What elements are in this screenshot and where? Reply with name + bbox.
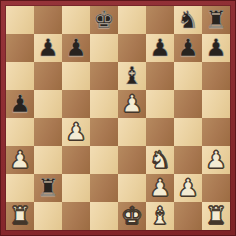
square-c1[interactable] — [62, 202, 90, 230]
square-b8[interactable] — [34, 6, 62, 34]
square-h4[interactable] — [202, 118, 230, 146]
square-f1[interactable]: ♝ — [146, 202, 174, 230]
square-g3[interactable] — [174, 146, 202, 174]
black-pawn-h7[interactable]: ♟ — [205, 34, 227, 62]
white-pawn-g2[interactable]: ♟ — [177, 174, 199, 202]
black-pawn-a5[interactable]: ♟ — [9, 90, 31, 118]
square-b1[interactable] — [34, 202, 62, 230]
square-f8[interactable] — [146, 6, 174, 34]
white-king-e1[interactable]: ♚ — [121, 202, 143, 230]
square-d1[interactable] — [90, 202, 118, 230]
square-d3[interactable] — [90, 146, 118, 174]
square-c8[interactable] — [62, 6, 90, 34]
square-b4[interactable] — [34, 118, 62, 146]
square-c4[interactable]: ♟ — [62, 118, 90, 146]
square-e7[interactable] — [118, 34, 146, 62]
white-knight-f3[interactable]: ♞ — [149, 146, 171, 174]
black-pawn-c7[interactable]: ♟ — [65, 34, 87, 62]
square-e3[interactable] — [118, 146, 146, 174]
square-d4[interactable] — [90, 118, 118, 146]
square-g7[interactable]: ♟ — [174, 34, 202, 62]
black-bishop-e6[interactable]: ♝ — [121, 62, 143, 90]
square-e2[interactable] — [118, 174, 146, 202]
square-d7[interactable] — [90, 34, 118, 62]
square-a6[interactable] — [6, 62, 34, 90]
white-pawn-c4[interactable]: ♟ — [65, 118, 87, 146]
square-d2[interactable] — [90, 174, 118, 202]
square-h6[interactable] — [202, 62, 230, 90]
white-rook-a1[interactable]: ♜ — [9, 202, 31, 230]
square-g6[interactable] — [174, 62, 202, 90]
square-b5[interactable] — [34, 90, 62, 118]
square-f6[interactable] — [146, 62, 174, 90]
square-f7[interactable]: ♟ — [146, 34, 174, 62]
square-f3[interactable]: ♞ — [146, 146, 174, 174]
square-h3[interactable]: ♟ — [202, 146, 230, 174]
square-h5[interactable] — [202, 90, 230, 118]
square-a8[interactable] — [6, 6, 34, 34]
white-pawn-f2[interactable]: ♟ — [149, 174, 171, 202]
white-pawn-a3[interactable]: ♟ — [9, 146, 31, 174]
square-c7[interactable]: ♟ — [62, 34, 90, 62]
square-h7[interactable]: ♟ — [202, 34, 230, 62]
square-b2[interactable]: ♜ — [34, 174, 62, 202]
square-d5[interactable] — [90, 90, 118, 118]
black-pawn-b7[interactable]: ♟ — [37, 34, 59, 62]
white-bishop-f1[interactable]: ♝ — [149, 202, 171, 230]
square-c2[interactable] — [62, 174, 90, 202]
black-king-d8[interactable]: ♚ — [93, 6, 115, 34]
white-pawn-e5[interactable]: ♟ — [121, 90, 143, 118]
square-f4[interactable] — [146, 118, 174, 146]
black-rook-b2[interactable]: ♜ — [37, 174, 59, 202]
black-pawn-g7[interactable]: ♟ — [177, 34, 199, 62]
square-h1[interactable]: ♜ — [202, 202, 230, 230]
white-rook-h1[interactable]: ♜ — [205, 202, 227, 230]
square-a5[interactable]: ♟ — [6, 90, 34, 118]
square-e8[interactable] — [118, 6, 146, 34]
square-h8[interactable]: ♜ — [202, 6, 230, 34]
square-a1[interactable]: ♜ — [6, 202, 34, 230]
square-g2[interactable]: ♟ — [174, 174, 202, 202]
square-c3[interactable] — [62, 146, 90, 174]
square-f2[interactable]: ♟ — [146, 174, 174, 202]
square-g1[interactable] — [174, 202, 202, 230]
square-h2[interactable] — [202, 174, 230, 202]
black-pawn-f7[interactable]: ♟ — [149, 34, 171, 62]
square-d8[interactable]: ♚ — [90, 6, 118, 34]
square-c5[interactable] — [62, 90, 90, 118]
square-e5[interactable]: ♟ — [118, 90, 146, 118]
square-c6[interactable] — [62, 62, 90, 90]
board-frame: ♚♞♜♟♟♟♟♟♝♟♟♟♟♞♟♜♟♟♜♚♝♜ — [0, 0, 236, 236]
chess-board: ♚♞♜♟♟♟♟♟♝♟♟♟♟♞♟♜♟♟♜♚♝♜ — [6, 6, 230, 230]
square-e4[interactable] — [118, 118, 146, 146]
square-a2[interactable] — [6, 174, 34, 202]
square-d6[interactable] — [90, 62, 118, 90]
square-e1[interactable]: ♚ — [118, 202, 146, 230]
square-a3[interactable]: ♟ — [6, 146, 34, 174]
square-f5[interactable] — [146, 90, 174, 118]
square-b6[interactable] — [34, 62, 62, 90]
square-b7[interactable]: ♟ — [34, 34, 62, 62]
black-knight-g8[interactable]: ♞ — [177, 6, 199, 34]
square-a4[interactable] — [6, 118, 34, 146]
square-b3[interactable] — [34, 146, 62, 174]
square-g5[interactable] — [174, 90, 202, 118]
square-e6[interactable]: ♝ — [118, 62, 146, 90]
white-pawn-h3[interactable]: ♟ — [205, 146, 227, 174]
square-g8[interactable]: ♞ — [174, 6, 202, 34]
square-a7[interactable] — [6, 34, 34, 62]
black-rook-h8[interactable]: ♜ — [205, 6, 227, 34]
square-g4[interactable] — [174, 118, 202, 146]
